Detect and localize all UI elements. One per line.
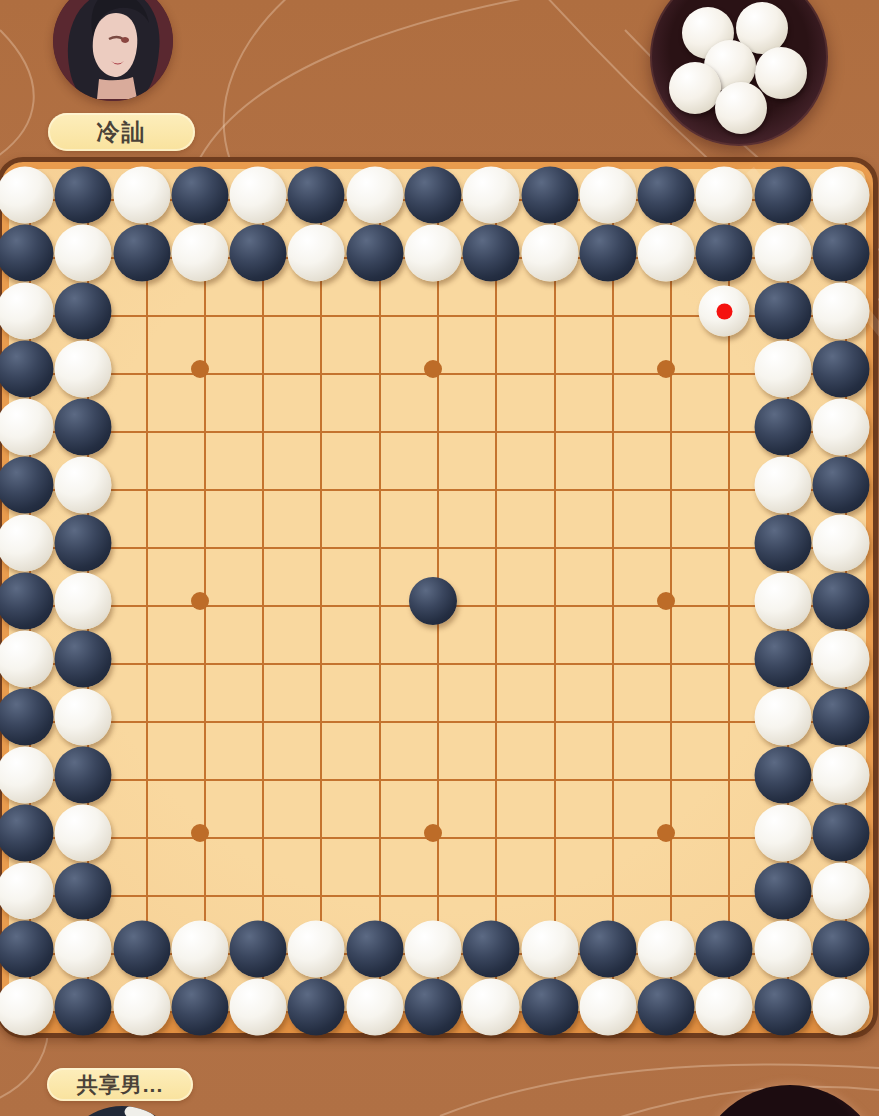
stone-black [463,225,520,282]
stone-black [754,631,811,688]
stone-white [288,225,345,282]
stone-white [812,979,869,1036]
avatar-highlight [122,1106,160,1116]
stone-black [55,515,112,572]
white-stone-bowl [650,0,828,146]
stone-white [288,921,345,978]
stone-black [55,399,112,456]
stone-black [812,573,869,630]
star-point [191,592,209,610]
stone-black [812,341,869,398]
bowl-white-stone [669,62,721,114]
stone-white [404,921,461,978]
stone-black [113,225,170,282]
stone-black [521,979,578,1036]
stone-black [638,167,695,224]
stone-black [230,225,287,282]
stone-white [113,979,170,1036]
star-point [424,360,442,378]
opponent-avatar [53,0,173,101]
stone-white [699,286,750,337]
stone-black [754,747,811,804]
stone-white [579,167,636,224]
stone-black [288,979,345,1036]
stone-black [55,167,112,224]
stone-black [754,979,811,1036]
bowl-white-stone [755,47,807,99]
stone-black [754,399,811,456]
stone-black [638,979,695,1036]
stone-black [171,979,228,1036]
stone-white [463,979,520,1036]
stone-black [346,921,403,978]
stone-white [754,225,811,282]
stone-white [812,283,869,340]
stone-white [754,805,811,862]
stone-white [463,167,520,224]
stone-black [521,167,578,224]
stone-black [754,283,811,340]
stone-white [638,921,695,978]
stone-white [521,921,578,978]
stone-black [754,515,811,572]
star-point [657,824,675,842]
stone-white [404,225,461,282]
stone-black [463,921,520,978]
stone-white [579,979,636,1036]
stone-white [812,515,869,572]
stone-black [404,167,461,224]
stone-black [404,979,461,1036]
stone-black [812,457,869,514]
stone-black [113,921,170,978]
star-point [657,360,675,378]
stone-white [812,399,869,456]
stone-white [754,573,811,630]
stone-white [346,167,403,224]
stone-black [409,577,457,625]
star-point [657,592,675,610]
stone-white [754,689,811,746]
stone-white [754,341,811,398]
stone-white [171,225,228,282]
stone-black [55,283,112,340]
star-point [424,824,442,842]
stone-white [55,225,112,282]
stone-white [55,689,112,746]
stone-black [55,631,112,688]
stone-white [55,341,112,398]
stone-black [346,225,403,282]
opponent-name-tag: 冷訕 [48,113,195,151]
stone-white [55,573,112,630]
stone-white [812,631,869,688]
stone-white [230,979,287,1036]
opponent-name: 冷訕 [97,117,147,148]
stone-black [696,225,753,282]
stone-black [812,225,869,282]
stone-black [754,167,811,224]
stone-black [812,689,869,746]
game-screen: 冷訕 共享男... [0,0,879,1116]
stone-white [521,225,578,282]
stone-white [55,805,112,862]
star-point [191,824,209,842]
stone-white [812,167,869,224]
stone-white [230,167,287,224]
stone-white [754,457,811,514]
stone-white [638,225,695,282]
dark-stone-bowl [695,1085,879,1116]
player-name-tag: 共享男... [47,1068,193,1101]
stone-white [113,167,170,224]
last-move-marker [716,303,732,319]
stone-white [754,921,811,978]
stone-white [171,921,228,978]
stone-white [55,921,112,978]
player-name: 共享男... [77,1071,164,1099]
stone-black [55,747,112,804]
stone-black [579,921,636,978]
stone-white [55,457,112,514]
stone-white [696,167,753,224]
stone-black [55,979,112,1036]
stone-white [812,863,869,920]
stone-black [171,167,228,224]
bowl-white-stone [715,82,767,134]
stone-black [579,225,636,282]
stone-black [812,805,869,862]
stone-black [754,863,811,920]
stone-white [346,979,403,1036]
player-avatar-partial [60,1106,184,1116]
stone-white [812,747,869,804]
stone-black [230,921,287,978]
stone-white [696,979,753,1036]
stone-black [696,921,753,978]
star-point [191,360,209,378]
stone-black [288,167,345,224]
stone-black [812,921,869,978]
stone-black [55,863,112,920]
